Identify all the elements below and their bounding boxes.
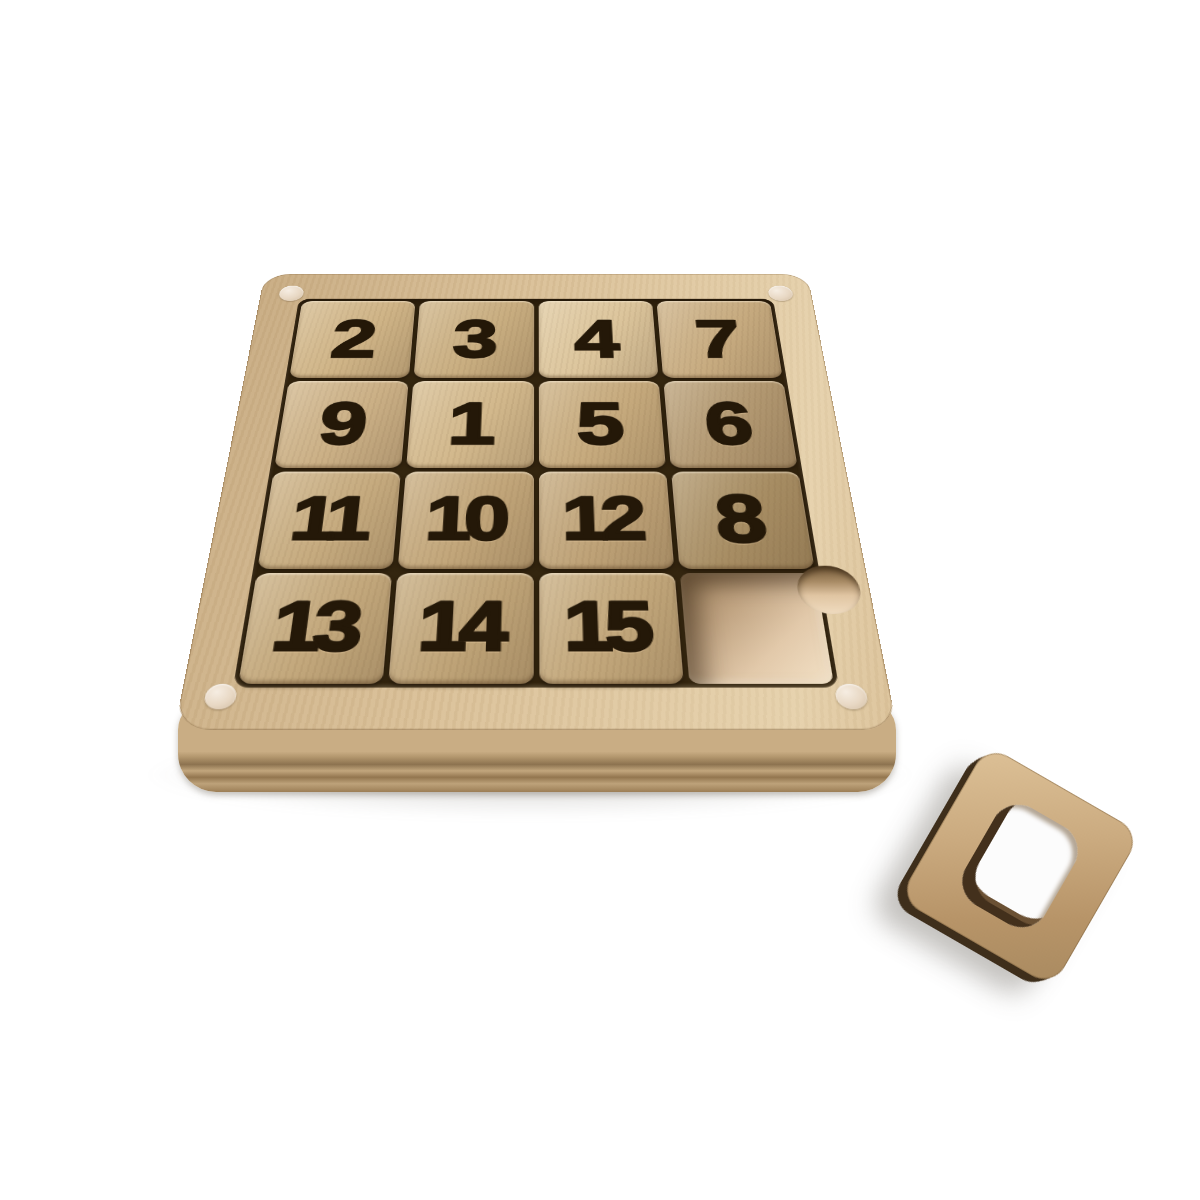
tile-r2c2[interactable]: 1 — [406, 381, 533, 467]
tile-r2c1[interactable]: 9 — [274, 381, 409, 467]
tile-r4c1[interactable]: 13 — [238, 573, 392, 684]
photo-background: 2 3 4 7 9 1 5 6 11 10 12 8 13 14 15 — [0, 0, 1200, 1200]
tile-r2c3[interactable]: 5 — [538, 381, 665, 467]
tile-r4c3[interactable]: 15 — [539, 573, 684, 684]
tile-r1c4[interactable]: 7 — [656, 301, 782, 378]
loose-blank-tile-face — [898, 744, 1141, 987]
magnet-bottom-left — [203, 684, 238, 709]
tile-tray: 2 3 4 7 9 1 5 6 11 10 12 8 13 14 15 — [233, 299, 839, 688]
tile-r3c1[interactable]: 11 — [257, 471, 401, 569]
tile-r1c3[interactable]: 4 — [538, 301, 658, 378]
tile-r1c1[interactable]: 2 — [289, 301, 415, 378]
magnet-top-right — [767, 286, 794, 301]
tile-r2c4[interactable]: 6 — [663, 381, 798, 467]
tile-r3c2[interactable]: 10 — [398, 471, 533, 569]
tile-r3c4[interactable]: 8 — [671, 471, 815, 569]
puzzle-board-frame: 2 3 4 7 9 1 5 6 11 10 12 8 13 14 15 — [175, 274, 898, 730]
tile-r3c3[interactable]: 12 — [539, 471, 674, 569]
magnet-bottom-right — [834, 684, 869, 709]
tile-r1c2[interactable]: 3 — [414, 301, 534, 378]
puzzle-board: 2 3 4 7 9 1 5 6 11 10 12 8 13 14 15 — [226, 178, 846, 761]
magnet-top-left — [278, 286, 305, 301]
loose-tile-cutout — [952, 795, 1088, 938]
tile-r4c2[interactable]: 14 — [389, 573, 534, 684]
loose-blank-tile[interactable] — [898, 744, 1141, 987]
